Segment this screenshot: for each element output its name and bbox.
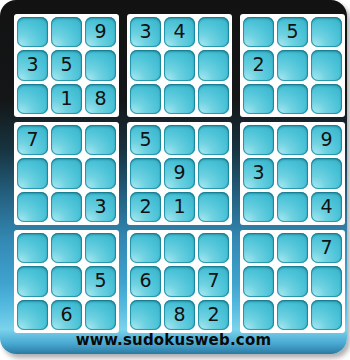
- given-digit: 5: [286, 22, 298, 41]
- cell-r2c3[interactable]: [85, 50, 116, 80]
- cell-r1c1[interactable]: [17, 17, 48, 47]
- cell-r4c7[interactable]: [243, 125, 274, 155]
- cell-r8c6[interactable]: 7: [198, 266, 229, 296]
- given-digit: 1: [60, 89, 72, 108]
- cell-r3c7[interactable]: [243, 84, 274, 114]
- cell-r8c4[interactable]: 6: [130, 266, 161, 296]
- box-r2c0: 56: [14, 230, 119, 333]
- box-r1c0: 73: [14, 122, 119, 225]
- box-r2c1: 6782: [127, 230, 232, 333]
- cell-r5c8[interactable]: [277, 158, 308, 188]
- sudoku-frame: 9351834527359219345667827 www.sudokusweb…: [0, 0, 347, 354]
- cell-r3c4[interactable]: [130, 84, 161, 114]
- given-digit: 7: [26, 130, 38, 149]
- cell-r5c5[interactable]: 9: [164, 158, 195, 188]
- cell-r5c3[interactable]: [85, 158, 116, 188]
- cell-r6c5[interactable]: 1: [164, 192, 195, 222]
- given-digit: 5: [94, 271, 106, 290]
- cell-r4c6[interactable]: [198, 125, 229, 155]
- cell-r5c7[interactable]: 3: [243, 158, 274, 188]
- given-digit: 3: [252, 163, 264, 182]
- box-r1c1: 5921: [127, 122, 232, 225]
- given-digit: 2: [252, 55, 264, 74]
- cell-r7c3[interactable]: [85, 233, 116, 263]
- cell-r3c9[interactable]: [311, 84, 342, 114]
- cell-r8c9[interactable]: [311, 266, 342, 296]
- cell-r1c7[interactable]: [243, 17, 274, 47]
- cell-r5c9[interactable]: [311, 158, 342, 188]
- cell-r8c7[interactable]: [243, 266, 274, 296]
- cell-r9c7[interactable]: [243, 300, 274, 330]
- cell-r3c8[interactable]: [277, 84, 308, 114]
- given-digit: 5: [139, 130, 151, 149]
- box-r0c2: 52: [240, 14, 345, 117]
- given-digit: 8: [173, 305, 185, 324]
- cell-r1c8[interactable]: 5: [277, 17, 308, 47]
- cell-r8c2[interactable]: [51, 266, 82, 296]
- given-digit: 5: [60, 55, 72, 74]
- cell-r1c4[interactable]: 3: [130, 17, 161, 47]
- site-url-label: www.sudokusweb.com: [0, 331, 347, 349]
- cell-r9c5[interactable]: 8: [164, 300, 195, 330]
- cell-r1c9[interactable]: [311, 17, 342, 47]
- cell-r2c2[interactable]: 5: [51, 50, 82, 80]
- cell-r1c3[interactable]: 9: [85, 17, 116, 47]
- given-digit: 3: [26, 55, 38, 74]
- given-digit: 3: [139, 22, 151, 41]
- given-digit: 3: [94, 197, 106, 216]
- cell-r2c4[interactable]: [130, 50, 161, 80]
- cell-r9c6[interactable]: 2: [198, 300, 229, 330]
- cell-r1c5[interactable]: 4: [164, 17, 195, 47]
- cell-r7c1[interactable]: [17, 233, 48, 263]
- cell-r2c9[interactable]: [311, 50, 342, 80]
- cell-r6c6[interactable]: [198, 192, 229, 222]
- cell-r3c1[interactable]: [17, 84, 48, 114]
- cell-r4c4[interactable]: 5: [130, 125, 161, 155]
- cell-r2c5[interactable]: [164, 50, 195, 80]
- cell-r7c8[interactable]: [277, 233, 308, 263]
- cell-r6c2[interactable]: [51, 192, 82, 222]
- cell-r1c2[interactable]: [51, 17, 82, 47]
- cell-r5c2[interactable]: [51, 158, 82, 188]
- box-r0c0: 93518: [14, 14, 119, 117]
- cell-r9c3[interactable]: [85, 300, 116, 330]
- given-digit: 4: [173, 22, 185, 41]
- box-r2c2: 7: [240, 230, 345, 333]
- cell-r7c2[interactable]: [51, 233, 82, 263]
- cell-r5c1[interactable]: [17, 158, 48, 188]
- cell-r1c6[interactable]: [198, 17, 229, 47]
- cell-r2c6[interactable]: [198, 50, 229, 80]
- cell-r2c1[interactable]: 3: [17, 50, 48, 80]
- given-digit: 6: [60, 305, 72, 324]
- cell-r7c5[interactable]: [164, 233, 195, 263]
- given-digit: 7: [207, 271, 219, 290]
- cell-r6c9[interactable]: 4: [311, 192, 342, 222]
- cell-r5c6[interactable]: [198, 158, 229, 188]
- sudoku-board: 9351834527359219345667827: [14, 14, 345, 333]
- cell-r4c5[interactable]: [164, 125, 195, 155]
- cell-r4c3[interactable]: [85, 125, 116, 155]
- cell-r6c8[interactable]: [277, 192, 308, 222]
- given-digit: 8: [94, 89, 106, 108]
- given-digit: 4: [320, 197, 332, 216]
- box-r0c1: 34: [127, 14, 232, 117]
- cell-r6c1[interactable]: [17, 192, 48, 222]
- given-digit: 9: [173, 163, 185, 182]
- cell-r2c8[interactable]: [277, 50, 308, 80]
- cell-r7c6[interactable]: [198, 233, 229, 263]
- cell-r9c8[interactable]: [277, 300, 308, 330]
- cell-r3c6[interactable]: [198, 84, 229, 114]
- cell-r5c4[interactable]: [130, 158, 161, 188]
- cell-r3c3[interactable]: 8: [85, 84, 116, 114]
- cell-r7c7[interactable]: [243, 233, 274, 263]
- cell-r4c2[interactable]: [51, 125, 82, 155]
- given-digit: 9: [94, 22, 106, 41]
- cell-r6c4[interactable]: 2: [130, 192, 161, 222]
- cell-r9c4[interactable]: [130, 300, 161, 330]
- cell-r8c1[interactable]: [17, 266, 48, 296]
- cell-r9c1[interactable]: [17, 300, 48, 330]
- cell-r6c3[interactable]: 3: [85, 192, 116, 222]
- cell-r7c4[interactable]: [130, 233, 161, 263]
- cell-r9c2[interactable]: 6: [51, 300, 82, 330]
- given-digit: 2: [139, 197, 151, 216]
- cell-r9c9[interactable]: [311, 300, 342, 330]
- cell-r4c1[interactable]: 7: [17, 125, 48, 155]
- cell-r4c9[interactable]: 9: [311, 125, 342, 155]
- given-digit: 1: [173, 197, 185, 216]
- box-r1c2: 934: [240, 122, 345, 225]
- given-digit: 7: [320, 238, 332, 257]
- cell-r8c8[interactable]: [277, 266, 308, 296]
- cell-r8c3[interactable]: 5: [85, 266, 116, 296]
- cell-r7c9[interactable]: 7: [311, 233, 342, 263]
- cell-r2c7[interactable]: 2: [243, 50, 274, 80]
- cell-r4c8[interactable]: [277, 125, 308, 155]
- cell-r6c7[interactable]: [243, 192, 274, 222]
- cell-r8c5[interactable]: [164, 266, 195, 296]
- given-digit: 6: [139, 271, 151, 290]
- cell-r3c2[interactable]: 1: [51, 84, 82, 114]
- cell-r3c5[interactable]: [164, 84, 195, 114]
- given-digit: 9: [320, 130, 332, 149]
- given-digit: 2: [207, 305, 219, 324]
